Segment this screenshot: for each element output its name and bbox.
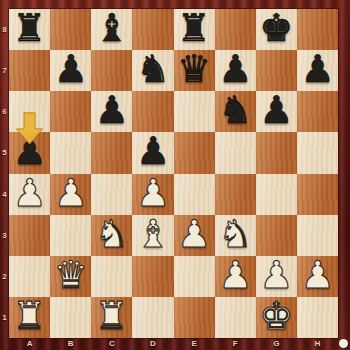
file-label-c: C: [91, 339, 132, 350]
square-c2[interactable]: [91, 256, 132, 297]
piece-black-pawn[interactable]: ♟: [300, 49, 334, 90]
square-a7[interactable]: [9, 50, 50, 91]
piece-black-pawn[interactable]: ♟: [136, 131, 170, 172]
square-f6[interactable]: ♞: [215, 91, 256, 132]
square-a1[interactable]: ♜: [9, 297, 50, 338]
piece-black-knight[interactable]: ♞: [218, 90, 252, 131]
square-h8[interactable]: [297, 9, 338, 50]
piece-black-pawn[interactable]: ♟: [95, 90, 129, 131]
square-c7[interactable]: [91, 50, 132, 91]
rank-label-8: 8: [0, 25, 9, 34]
square-d1[interactable]: [132, 297, 173, 338]
square-c4[interactable]: [91, 174, 132, 215]
square-g8[interactable]: ♚: [256, 9, 297, 50]
square-a6[interactable]: [9, 91, 50, 132]
piece-black-pawn[interactable]: ♟: [259, 90, 293, 131]
rank-label-2: 2: [0, 272, 9, 281]
square-d7[interactable]: ♞: [132, 50, 173, 91]
square-b1[interactable]: [50, 297, 91, 338]
square-e5[interactable]: [174, 132, 215, 173]
piece-white-rook[interactable]: ♜: [95, 296, 129, 337]
square-c8[interactable]: ♝: [91, 9, 132, 50]
piece-black-bishop[interactable]: ♝: [95, 8, 129, 49]
square-a4[interactable]: ♟: [9, 174, 50, 215]
piece-white-king[interactable]: ♚: [259, 296, 293, 337]
square-g4[interactable]: [256, 174, 297, 215]
piece-black-rook[interactable]: ♜: [13, 8, 47, 49]
rank-label-6: 6: [0, 107, 9, 116]
square-b2[interactable]: ♛: [50, 256, 91, 297]
square-b7[interactable]: ♟: [50, 50, 91, 91]
square-g5[interactable]: [256, 132, 297, 173]
piece-black-knight[interactable]: ♞: [136, 49, 170, 90]
file-label-g: G: [256, 339, 297, 350]
white-to-move-indicator: [339, 339, 348, 348]
square-g7[interactable]: [256, 50, 297, 91]
square-f2[interactable]: ♟: [215, 256, 256, 297]
square-h6[interactable]: [297, 91, 338, 132]
piece-white-pawn[interactable]: ♟: [259, 255, 293, 296]
square-a5[interactable]: ♟: [9, 132, 50, 173]
piece-white-pawn[interactable]: ♟: [13, 173, 47, 214]
square-h2[interactable]: ♟: [297, 256, 338, 297]
piece-black-pawn[interactable]: ♟: [218, 49, 252, 90]
piece-white-queen[interactable]: ♛: [54, 255, 88, 296]
rank-label-7: 7: [0, 66, 9, 75]
square-f5[interactable]: [215, 132, 256, 173]
piece-black-pawn[interactable]: ♟: [13, 131, 47, 172]
piece-white-pawn[interactable]: ♟: [136, 173, 170, 214]
piece-white-pawn[interactable]: ♟: [218, 255, 252, 296]
square-d8[interactable]: [132, 9, 173, 50]
square-f4[interactable]: [215, 174, 256, 215]
square-g2[interactable]: ♟: [256, 256, 297, 297]
file-label-f: F: [215, 339, 256, 350]
square-b4[interactable]: ♟: [50, 174, 91, 215]
square-c3[interactable]: ♞: [91, 215, 132, 256]
square-b3[interactable]: [50, 215, 91, 256]
square-g6[interactable]: ♟: [256, 91, 297, 132]
square-f8[interactable]: [215, 9, 256, 50]
square-g3[interactable]: [256, 215, 297, 256]
piece-white-knight[interactable]: ♞: [95, 214, 129, 255]
square-b8[interactable]: [50, 9, 91, 50]
piece-black-rook[interactable]: ♜: [177, 8, 211, 49]
piece-white-bishop[interactable]: ♝: [136, 214, 170, 255]
square-e3[interactable]: ♟: [174, 215, 215, 256]
square-b5[interactable]: [50, 132, 91, 173]
square-d4[interactable]: ♟: [132, 174, 173, 215]
square-h1[interactable]: [297, 297, 338, 338]
square-e6[interactable]: [174, 91, 215, 132]
piece-white-rook[interactable]: ♜: [13, 296, 47, 337]
square-c6[interactable]: ♟: [91, 91, 132, 132]
square-h4[interactable]: [297, 174, 338, 215]
piece-white-pawn[interactable]: ♟: [177, 214, 211, 255]
file-label-e: E: [174, 339, 215, 350]
square-h7[interactable]: ♟: [297, 50, 338, 91]
square-d3[interactable]: ♝: [132, 215, 173, 256]
square-d5[interactable]: ♟: [132, 132, 173, 173]
square-b6[interactable]: [50, 91, 91, 132]
chess-board: ♜♝♜♚♟♞♛♟♟♟♞♟♟♟♟♟♟♞♝♟♞♛♟♟♟♜♜♚: [9, 9, 338, 338]
piece-black-pawn[interactable]: ♟: [54, 49, 88, 90]
square-f7[interactable]: ♟: [215, 50, 256, 91]
square-d6[interactable]: [132, 91, 173, 132]
square-e8[interactable]: ♜: [174, 9, 215, 50]
square-f1[interactable]: [215, 297, 256, 338]
square-e7[interactable]: ♛: [174, 50, 215, 91]
file-label-h: H: [297, 339, 338, 350]
square-e1[interactable]: [174, 297, 215, 338]
piece-white-pawn[interactable]: ♟: [54, 173, 88, 214]
square-c5[interactable]: [91, 132, 132, 173]
square-g1[interactable]: ♚: [256, 297, 297, 338]
piece-white-pawn[interactable]: ♟: [300, 255, 334, 296]
piece-black-king[interactable]: ♚: [259, 8, 293, 49]
square-e4[interactable]: [174, 174, 215, 215]
file-label-b: B: [50, 339, 91, 350]
square-a3[interactable]: [9, 215, 50, 256]
file-label-a: A: [9, 339, 50, 350]
square-h3[interactable]: [297, 215, 338, 256]
piece-white-knight[interactable]: ♞: [218, 214, 252, 255]
square-e2[interactable]: [174, 256, 215, 297]
rank-label-1: 1: [0, 313, 9, 322]
piece-black-queen[interactable]: ♛: [177, 49, 211, 90]
rank-label-4: 4: [0, 190, 9, 199]
square-c1[interactable]: ♜: [91, 297, 132, 338]
file-label-d: D: [132, 339, 173, 350]
rank-label-5: 5: [0, 148, 9, 157]
square-h5[interactable]: [297, 132, 338, 173]
square-d2[interactable]: [132, 256, 173, 297]
square-f3[interactable]: ♞: [215, 215, 256, 256]
square-a2[interactable]: [9, 256, 50, 297]
rank-label-3: 3: [0, 231, 9, 240]
chess-diagram: ♜♝♜♚♟♞♛♟♟♟♞♟♟♟♟♟♟♞♝♟♞♛♟♟♟♜♜♚ 87654321ABC…: [0, 0, 350, 350]
square-a8[interactable]: ♜: [9, 9, 50, 50]
